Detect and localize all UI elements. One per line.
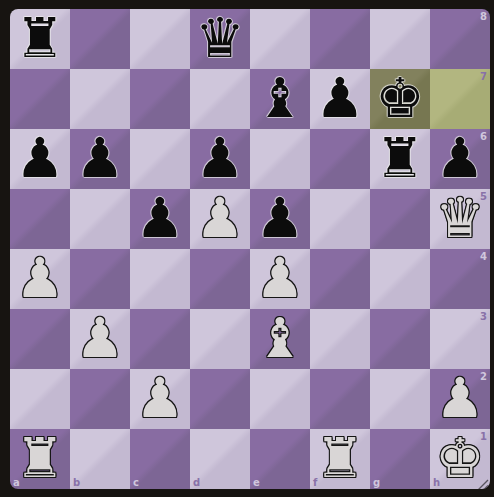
square-h2[interactable]: 2♟ [430, 369, 490, 429]
white-rook[interactable]: ♜ [310, 429, 370, 489]
square-a8[interactable]: ♜ [10, 9, 70, 69]
square-c5[interactable]: ♟ [130, 189, 190, 249]
white-pawn[interactable]: ♟ [190, 189, 250, 249]
square-e6[interactable] [250, 129, 310, 189]
chess-board[interactable]: ♜♛8♝♟♚7♟♟♟♜6♟♟♟♟5♛♟♟4♟♝3♟2♟a♜bcdef♜g1h♚ [10, 9, 490, 489]
square-c6[interactable] [130, 129, 190, 189]
square-f2[interactable] [310, 369, 370, 429]
square-b2[interactable] [70, 369, 130, 429]
square-b1[interactable]: b [70, 429, 130, 489]
square-c1[interactable]: c [130, 429, 190, 489]
square-g8[interactable] [370, 9, 430, 69]
black-rook[interactable]: ♜ [370, 129, 430, 189]
square-d1[interactable]: d [190, 429, 250, 489]
square-f7[interactable]: ♟ [310, 69, 370, 129]
square-f6[interactable] [310, 129, 370, 189]
square-d3[interactable] [190, 309, 250, 369]
white-bishop[interactable]: ♝ [250, 309, 310, 369]
board-resize-handle-icon[interactable] [477, 476, 489, 488]
square-g4[interactable] [370, 249, 430, 309]
square-d4[interactable] [190, 249, 250, 309]
file-label-d: d [193, 477, 200, 488]
square-e1[interactable]: e [250, 429, 310, 489]
square-e4[interactable]: ♟ [250, 249, 310, 309]
square-c3[interactable] [130, 309, 190, 369]
rank-label-7: 7 [480, 71, 487, 82]
black-pawn[interactable]: ♟ [430, 129, 490, 189]
square-b4[interactable] [70, 249, 130, 309]
file-label-g: g [373, 477, 380, 488]
square-b3[interactable]: ♟ [70, 309, 130, 369]
file-label-b: b [73, 477, 80, 488]
square-e3[interactable]: ♝ [250, 309, 310, 369]
white-pawn[interactable]: ♟ [430, 369, 490, 429]
square-h4[interactable]: 4 [430, 249, 490, 309]
square-g7[interactable]: ♚ [370, 69, 430, 129]
square-a1[interactable]: a♜ [10, 429, 70, 489]
square-e7[interactable]: ♝ [250, 69, 310, 129]
white-queen[interactable]: ♛ [430, 189, 490, 249]
square-g5[interactable] [370, 189, 430, 249]
rank-label-8: 8 [480, 11, 487, 22]
square-b5[interactable] [70, 189, 130, 249]
white-rook[interactable]: ♜ [10, 429, 70, 489]
square-f5[interactable] [310, 189, 370, 249]
rank-label-3: 3 [480, 311, 487, 322]
square-a2[interactable] [10, 369, 70, 429]
file-label-e: e [253, 477, 260, 488]
square-a7[interactable] [10, 69, 70, 129]
square-h8[interactable]: 8 [430, 9, 490, 69]
square-d8[interactable]: ♛ [190, 9, 250, 69]
square-c8[interactable] [130, 9, 190, 69]
square-e8[interactable] [250, 9, 310, 69]
square-a4[interactable]: ♟ [10, 249, 70, 309]
square-e2[interactable] [250, 369, 310, 429]
square-c4[interactable] [130, 249, 190, 309]
white-pawn[interactable]: ♟ [10, 249, 70, 309]
black-pawn[interactable]: ♟ [130, 189, 190, 249]
black-pawn[interactable]: ♟ [250, 189, 310, 249]
square-d5[interactable]: ♟ [190, 189, 250, 249]
square-b6[interactable]: ♟ [70, 129, 130, 189]
square-a6[interactable]: ♟ [10, 129, 70, 189]
square-f3[interactable] [310, 309, 370, 369]
square-h3[interactable]: 3 [430, 309, 490, 369]
square-a5[interactable] [10, 189, 70, 249]
rank-label-4: 4 [480, 251, 487, 262]
square-d6[interactable]: ♟ [190, 129, 250, 189]
square-d7[interactable] [190, 69, 250, 129]
square-g2[interactable] [370, 369, 430, 429]
square-g6[interactable]: ♜ [370, 129, 430, 189]
black-rook[interactable]: ♜ [10, 9, 70, 69]
square-b7[interactable] [70, 69, 130, 129]
square-f8[interactable] [310, 9, 370, 69]
file-label-c: c [133, 477, 139, 488]
black-queen[interactable]: ♛ [190, 9, 250, 69]
square-h5[interactable]: 5♛ [430, 189, 490, 249]
square-b8[interactable] [70, 9, 130, 69]
square-e5[interactable]: ♟ [250, 189, 310, 249]
black-bishop[interactable]: ♝ [250, 69, 310, 129]
square-c2[interactable]: ♟ [130, 369, 190, 429]
white-pawn[interactable]: ♟ [250, 249, 310, 309]
black-pawn[interactable]: ♟ [70, 129, 130, 189]
square-a3[interactable] [10, 309, 70, 369]
white-pawn[interactable]: ♟ [130, 369, 190, 429]
square-g3[interactable] [370, 309, 430, 369]
black-pawn[interactable]: ♟ [310, 69, 370, 129]
white-pawn[interactable]: ♟ [70, 309, 130, 369]
square-c7[interactable] [130, 69, 190, 129]
square-h7[interactable]: 7 [430, 69, 490, 129]
black-king[interactable]: ♚ [370, 69, 430, 129]
page-background: { "game": "chess", "position": { "fen": … [0, 0, 494, 497]
black-pawn[interactable]: ♟ [190, 129, 250, 189]
black-pawn[interactable]: ♟ [10, 129, 70, 189]
square-f4[interactable] [310, 249, 370, 309]
square-g1[interactable]: g [370, 429, 430, 489]
square-f1[interactable]: f♜ [310, 429, 370, 489]
square-h6[interactable]: 6♟ [430, 129, 490, 189]
square-d2[interactable] [190, 369, 250, 429]
